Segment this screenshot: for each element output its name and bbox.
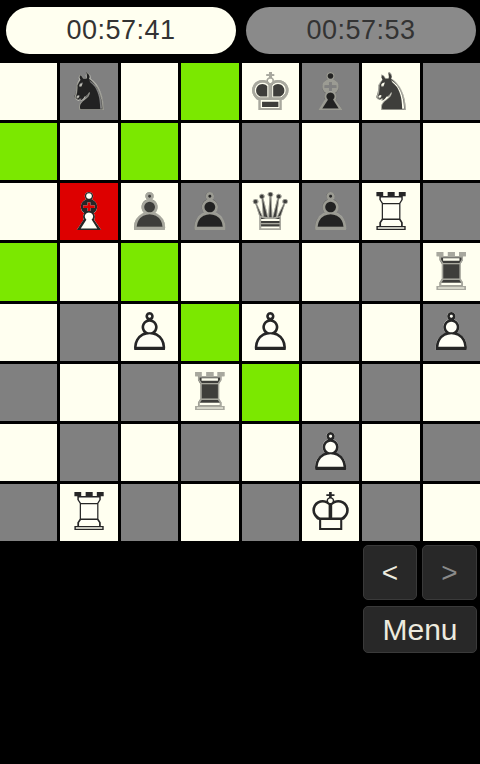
- square-b8[interactable]: ♞♘: [60, 63, 117, 120]
- square-b3[interactable]: [60, 364, 117, 421]
- square-b2[interactable]: [60, 424, 117, 481]
- square-f6[interactable]: ♟♙: [302, 183, 359, 240]
- square-g1[interactable]: [362, 484, 419, 541]
- piece-black-knight: ♞♘: [364, 65, 418, 119]
- square-h6[interactable]: [423, 183, 480, 240]
- square-c1[interactable]: [121, 484, 178, 541]
- black-queen-outline: ♕: [243, 185, 297, 239]
- white-pawn-outline: ♙: [243, 305, 297, 359]
- square-d7[interactable]: [181, 123, 238, 180]
- white-clock-time: 00:57:41: [66, 15, 175, 46]
- square-g7[interactable]: [362, 123, 419, 180]
- square-a5[interactable]: [0, 243, 57, 300]
- square-c3[interactable]: [121, 364, 178, 421]
- menu-button-label: Menu: [382, 613, 457, 647]
- piece-white-pawn: ♟♙: [243, 305, 297, 359]
- square-b5[interactable]: [60, 243, 117, 300]
- white-bishop-outline: ♗: [62, 185, 116, 239]
- square-c4[interactable]: ♟♙: [121, 304, 178, 361]
- square-c2[interactable]: [121, 424, 178, 481]
- piece-black-pawn: ♟♙: [183, 185, 237, 239]
- square-g5[interactable]: [362, 243, 419, 300]
- square-f7[interactable]: [302, 123, 359, 180]
- prev-move-button[interactable]: <: [363, 545, 417, 600]
- square-f8[interactable]: ♝♗: [302, 63, 359, 120]
- square-h5[interactable]: ♜♖: [423, 243, 480, 300]
- piece-black-pawn: ♟♙: [304, 185, 358, 239]
- chess-board: ♞♘♚♔♝♗♞♘♝♗♟♙♟♙♛♕♟♙♜♖♜♖♟♙♟♙♟♙♜♖♟♙♜♖♚♔: [0, 60, 480, 541]
- square-e7[interactable]: [242, 123, 299, 180]
- square-g6[interactable]: ♜♖: [362, 183, 419, 240]
- piece-black-knight: ♞♘: [62, 65, 116, 119]
- white-king-outline: ♔: [304, 485, 358, 539]
- square-a1[interactable]: [0, 484, 57, 541]
- piece-black-queen: ♛♕: [243, 185, 297, 239]
- square-d1[interactable]: [181, 484, 238, 541]
- black-rook-outline: ♖: [424, 245, 478, 299]
- black-pawn-outline: ♙: [304, 185, 358, 239]
- square-h7[interactable]: [423, 123, 480, 180]
- square-f2[interactable]: ♟♙: [302, 424, 359, 481]
- piece-white-rook: ♜♖: [364, 185, 418, 239]
- piece-black-king: ♚♔: [243, 65, 297, 119]
- square-e2[interactable]: [242, 424, 299, 481]
- piece-white-bishop: ♝♗: [62, 185, 116, 239]
- menu-button[interactable]: Menu: [363, 606, 477, 653]
- square-c6[interactable]: ♟♙: [121, 183, 178, 240]
- piece-white-king: ♚♔: [304, 485, 358, 539]
- black-rook-outline: ♖: [183, 365, 237, 419]
- square-d6[interactable]: ♟♙: [181, 183, 238, 240]
- square-g8[interactable]: ♞♘: [362, 63, 419, 120]
- piece-white-pawn: ♟♙: [304, 425, 358, 479]
- square-a3[interactable]: [0, 364, 57, 421]
- square-e5[interactable]: [242, 243, 299, 300]
- square-h1[interactable]: [423, 484, 480, 541]
- square-b4[interactable]: [60, 304, 117, 361]
- piece-white-rook: ♜♖: [62, 485, 116, 539]
- square-h3[interactable]: [423, 364, 480, 421]
- piece-white-pawn: ♟♙: [424, 305, 478, 359]
- piece-black-rook: ♜♖: [183, 365, 237, 419]
- square-e4[interactable]: ♟♙: [242, 304, 299, 361]
- square-h4[interactable]: ♟♙: [423, 304, 480, 361]
- white-rook-outline: ♖: [62, 485, 116, 539]
- black-king-outline: ♔: [243, 65, 297, 119]
- square-b1[interactable]: ♜♖: [60, 484, 117, 541]
- square-e6[interactable]: ♛♕: [242, 183, 299, 240]
- square-f4[interactable]: [302, 304, 359, 361]
- square-g2[interactable]: [362, 424, 419, 481]
- black-knight-outline: ♘: [364, 65, 418, 119]
- square-d3[interactable]: ♜♖: [181, 364, 238, 421]
- square-h2[interactable]: [423, 424, 480, 481]
- square-c5[interactable]: [121, 243, 178, 300]
- square-d8[interactable]: [181, 63, 238, 120]
- square-a8[interactable]: [0, 63, 57, 120]
- square-g3[interactable]: [362, 364, 419, 421]
- square-a7[interactable]: [0, 123, 57, 180]
- square-f3[interactable]: [302, 364, 359, 421]
- square-h8[interactable]: [423, 63, 480, 120]
- black-clock-time: 00:57:53: [306, 15, 415, 46]
- square-a2[interactable]: [0, 424, 57, 481]
- black-pawn-outline: ♙: [122, 185, 176, 239]
- square-d4[interactable]: [181, 304, 238, 361]
- square-f1[interactable]: ♚♔: [302, 484, 359, 541]
- white-pawn-outline: ♙: [424, 305, 478, 359]
- square-b6[interactable]: ♝♗: [60, 183, 117, 240]
- prev-move-icon: <: [382, 557, 398, 589]
- next-move-icon: >: [441, 557, 457, 589]
- square-g4[interactable]: [362, 304, 419, 361]
- black-clock: 00:57:53: [246, 7, 476, 54]
- square-c7[interactable]: [121, 123, 178, 180]
- next-move-button[interactable]: >: [422, 545, 477, 600]
- square-d2[interactable]: [181, 424, 238, 481]
- square-e3[interactable]: [242, 364, 299, 421]
- black-pawn-outline: ♙: [183, 185, 237, 239]
- piece-black-pawn: ♟♙: [122, 185, 176, 239]
- square-f5[interactable]: [302, 243, 359, 300]
- square-e1[interactable]: [242, 484, 299, 541]
- square-b7[interactable]: [60, 123, 117, 180]
- chess-app-screen: { "game": "chess", "position": "1n2kbn1/…: [0, 0, 480, 764]
- square-a6[interactable]: [0, 183, 57, 240]
- square-a4[interactable]: [0, 304, 57, 361]
- white-clock: 00:57:41: [6, 7, 236, 54]
- white-rook-outline: ♖: [364, 185, 418, 239]
- white-pawn-outline: ♙: [304, 425, 358, 479]
- white-pawn-outline: ♙: [122, 305, 176, 359]
- piece-black-rook: ♜♖: [424, 245, 478, 299]
- piece-black-bishop: ♝♗: [304, 65, 358, 119]
- square-e8[interactable]: ♚♔: [242, 63, 299, 120]
- black-knight-outline: ♘: [62, 65, 116, 119]
- square-d5[interactable]: [181, 243, 238, 300]
- piece-white-pawn: ♟♙: [122, 305, 176, 359]
- black-bishop-outline: ♗: [304, 65, 358, 119]
- square-c8[interactable]: [121, 63, 178, 120]
